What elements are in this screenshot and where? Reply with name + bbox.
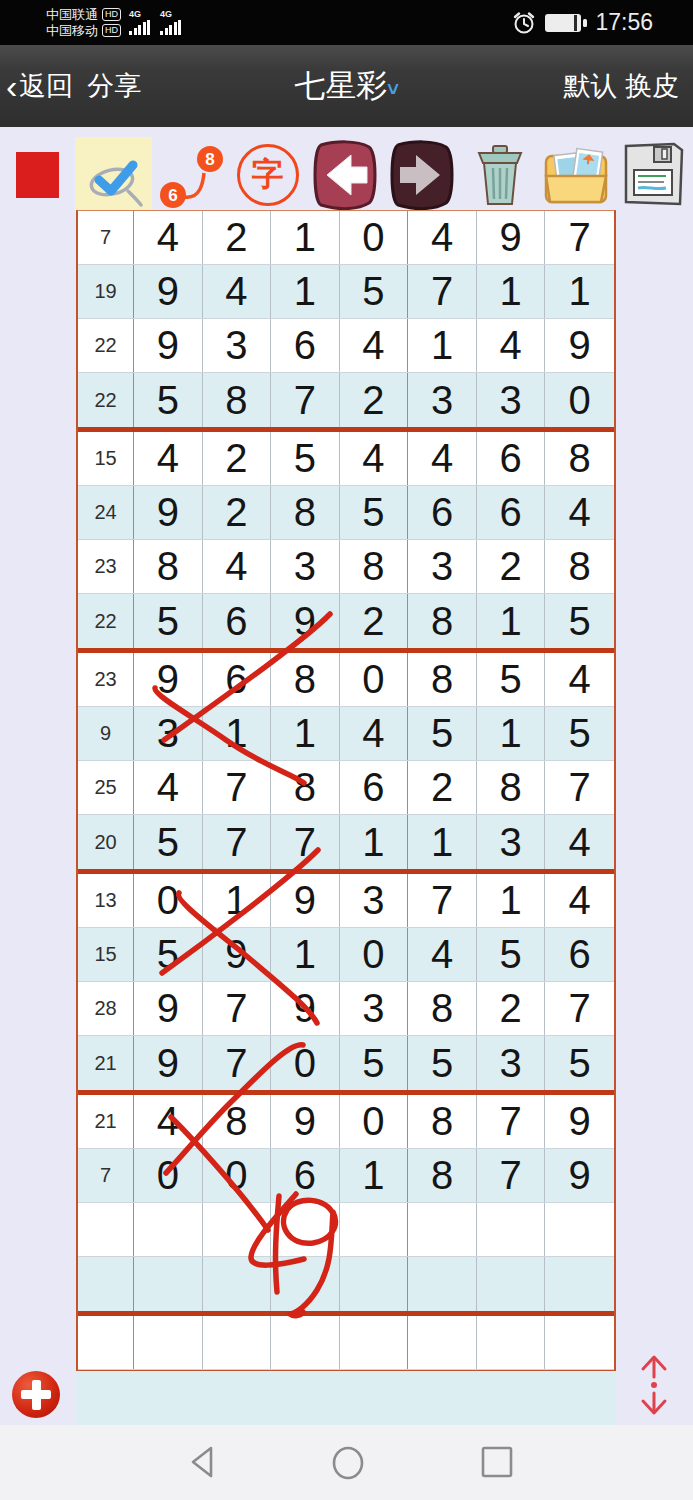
digit-cell[interactable] [271,1257,340,1311]
digit-cell[interactable]: 3 [271,540,340,593]
digit-cell[interactable]: 4 [545,874,614,927]
digit-cell[interactable] [408,1257,477,1311]
connect-line-tool-button[interactable]: 6 8 [152,137,229,213]
digit-cell[interactable]: 1 [477,707,546,760]
digit-cell[interactable]: 5 [408,707,477,760]
app-nav-bar: ‹ 返回 分享 七星彩˅ 默认 换皮 [0,45,693,127]
digit-cell[interactable] [340,1257,409,1311]
table-row: 289793827 [78,982,614,1036]
digit-cell[interactable]: 1 [271,211,340,264]
digit-cell[interactable]: 8 [340,540,409,593]
digit-cell[interactable] [545,1257,614,1311]
digit-cell[interactable]: 4 [134,211,203,264]
digit-cell[interactable]: 1 [408,815,477,869]
table-row: 254786287 [78,761,614,815]
row-label-cell: 7 [78,211,134,264]
row-label-cell: 24 [78,486,134,539]
digit-cell[interactable]: 0 [134,874,203,927]
digit-cell[interactable]: 0 [271,1036,340,1090]
digit-cell[interactable]: 6 [545,928,614,981]
digit-cell[interactable]: 3 [408,540,477,593]
digit-cell[interactable]: 4 [545,486,614,539]
digit-cell[interactable]: 9 [545,1095,614,1148]
row-label-cell: 7 [78,1149,134,1202]
table-row: 229364149 [78,319,614,373]
digit-cell[interactable]: 5 [545,594,614,648]
table-row: 239680854 [78,653,614,707]
row-label-cell: 22 [78,594,134,648]
digit-cell[interactable]: 3 [340,874,409,927]
drawing-toolbar: 6 8 字 [75,137,691,213]
digit-cell[interactable]: 2 [340,373,409,427]
row-label-cell: 19 [78,265,134,318]
hd-badge-icon: HD [102,24,121,37]
text-stamp-tool-button[interactable]: 字 [229,137,306,213]
share-button[interactable]: 分享 [87,68,141,104]
digit-cell[interactable]: 1 [271,928,340,981]
digit-cell[interactable] [203,1203,272,1256]
digit-cell[interactable]: 8 [271,761,340,814]
title-dropdown-chevron-icon[interactable]: ˅ [387,78,399,100]
digit-cell[interactable]: 4 [340,707,409,760]
row-label-cell: 9 [78,707,134,760]
digit-cell[interactable] [271,1316,340,1369]
table-row [78,1316,614,1370]
table-row: 70061879 [78,1149,614,1203]
digit-cell[interactable]: 8 [408,653,477,706]
digit-cell[interactable]: 7 [408,874,477,927]
digit-cell[interactable]: 5 [134,594,203,648]
digit-cell[interactable]: 7 [203,761,272,814]
digit-cell[interactable]: 4 [134,1095,203,1148]
undo-button[interactable] [306,137,383,213]
android-home-icon[interactable] [330,1444,366,1482]
digit-cell[interactable]: 2 [203,211,272,264]
signal-bars-icon [160,20,181,35]
page-title[interactable]: 七星彩 [294,68,387,103]
table-row [78,1257,614,1311]
row-label-cell: 23 [78,540,134,593]
digit-cell[interactable]: 7 [408,265,477,318]
digit-cell[interactable]: 4 [340,432,409,485]
digit-cell[interactable]: 4 [134,432,203,485]
table-footer-strip [76,1371,616,1425]
digit-cell[interactable]: 1 [477,874,546,927]
row-label-cell: 13 [78,874,134,927]
digit-cell[interactable]: 9 [134,319,203,372]
digit-cell[interactable]: 5 [340,486,409,539]
connect-6-8-icon: 6 8 [154,139,228,211]
red-color-swatch[interactable] [16,152,59,198]
digit-cell[interactable]: 7 [203,1036,272,1090]
digit-cell[interactable]: 8 [408,594,477,648]
table-row: 93114515 [78,707,614,761]
back-button[interactable]: 返回 [19,68,73,104]
svg-text:6: 6 [168,186,177,205]
digit-cell[interactable]: 7 [477,1149,546,1202]
digit-cell[interactable] [545,1316,614,1369]
trend-table: 7421049719941571122936414922587233015425… [76,210,616,1372]
digit-cell[interactable]: 8 [134,540,203,593]
trash-can-icon [462,138,536,212]
table-row: 74210497 [78,211,614,265]
digit-cell[interactable]: 9 [271,594,340,648]
digit-cell[interactable]: 7 [545,761,614,814]
digit-cell[interactable]: 6 [203,594,272,648]
alarm-clock-icon [511,10,537,36]
text-stamp-icon: 字 [237,144,299,206]
signal-bars-icon [129,20,150,35]
table-row: 205771134 [78,815,614,869]
digit-cell[interactable]: 4 [545,653,614,706]
digit-cell[interactable]: 9 [134,653,203,706]
digit-cell[interactable]: 4 [340,319,409,372]
digit-cell[interactable]: 0 [340,211,409,264]
row-label-cell [78,1316,134,1369]
digit-cell[interactable]: 1 [203,874,272,927]
digit-cell[interactable]: 9 [134,1036,203,1090]
digit-cell[interactable]: 5 [477,653,546,706]
row-label-cell: 20 [78,815,134,869]
pen-check-tool-button[interactable] [75,137,152,213]
digit-cell[interactable]: 6 [340,761,409,814]
digit-cell[interactable]: 6 [477,432,546,485]
digit-cell[interactable]: 9 [203,928,272,981]
digit-cell[interactable]: 3 [477,815,546,869]
undo-arrow-icon [311,139,379,211]
digit-cell[interactable]: 3 [340,982,409,1035]
digit-cell[interactable]: 1 [271,707,340,760]
digit-cell[interactable]: 7 [203,815,272,869]
table-row: 225872330 [78,373,614,427]
clock-time: 17:56 [595,9,653,36]
digit-cell[interactable]: 2 [408,761,477,814]
network-type-label: 4G [160,10,172,19]
row-label-cell [78,1203,134,1256]
digit-cell[interactable]: 2 [340,594,409,648]
digit-cell[interactable]: 5 [340,265,409,318]
digit-cell[interactable]: 8 [545,540,614,593]
digit-cell[interactable]: 7 [203,982,272,1035]
digit-cell[interactable] [408,1316,477,1369]
digit-cell[interactable] [477,1257,546,1311]
digit-cell[interactable]: 7 [271,373,340,427]
row-label-cell: 23 [78,653,134,706]
digit-cell[interactable]: 2 [203,432,272,485]
row-label-cell: 22 [78,373,134,427]
digit-cell[interactable]: 1 [545,265,614,318]
digit-cell[interactable]: 4 [408,928,477,981]
digit-cell[interactable] [477,1203,546,1256]
gallery-folder-button[interactable] [537,137,614,213]
digit-cell[interactable]: 0 [134,1149,203,1202]
row-label-cell: 15 [78,928,134,981]
digit-cell[interactable]: 5 [134,928,203,981]
check-pen-icon [78,140,150,210]
digit-cell[interactable]: 9 [271,982,340,1035]
row-label-cell: 15 [78,432,134,485]
digit-cell[interactable]: 9 [134,982,203,1035]
row-label-cell: 28 [78,982,134,1035]
digit-cell[interactable]: 8 [271,486,340,539]
digit-cell[interactable]: 8 [203,373,272,427]
digit-cell[interactable]: 9 [271,1095,340,1148]
row-label-cell: 25 [78,761,134,814]
scroll-expand-icon[interactable] [637,1352,671,1418]
digit-cell[interactable] [134,1257,203,1311]
status-bar: 中国联通HD 中国移动HD 4G 4G 17:56 [0,0,693,45]
floppy-disk-icon [616,138,690,212]
digit-cell[interactable] [408,1203,477,1256]
digit-cell[interactable]: 5 [271,432,340,485]
row-label-cell: 21 [78,1036,134,1090]
delete-button[interactable] [460,137,537,213]
digit-cell[interactable]: 0 [340,928,409,981]
carrier2-label: 中国移动 [46,23,98,39]
digit-cell[interactable]: 0 [203,1149,272,1202]
table-row: 238438328 [78,540,614,594]
digit-cell[interactable]: 8 [408,982,477,1035]
digit-cell[interactable]: 7 [545,211,614,264]
digit-cell[interactable]: 9 [134,265,203,318]
digit-cell[interactable]: 3 [477,1036,546,1090]
digit-cell[interactable] [203,1316,272,1369]
digit-cell[interactable]: 9 [545,319,614,372]
digit-cell[interactable]: 9 [545,1149,614,1202]
digit-cell[interactable]: 5 [134,373,203,427]
signal-strength-icons: 4G 4G [129,10,181,35]
digit-cell[interactable]: 4 [203,265,272,318]
digit-cell[interactable]: 9 [134,486,203,539]
network-type-label: 4G [129,10,141,19]
digit-cell[interactable]: 7 [545,982,614,1035]
digit-cell[interactable]: 6 [477,486,546,539]
android-back-icon[interactable] [186,1444,220,1480]
digit-cell[interactable]: 3 [134,707,203,760]
digit-cell[interactable] [203,1257,272,1311]
table-row: 214890879 [78,1095,614,1149]
digit-cell[interactable]: 5 [477,928,546,981]
digit-cell[interactable]: 7 [477,1095,546,1148]
digit-cell[interactable]: 6 [408,486,477,539]
digit-cell[interactable] [134,1316,203,1369]
digit-cell[interactable]: 5 [545,1036,614,1090]
digit-cell[interactable]: 3 [408,373,477,427]
table-row: 155910456 [78,928,614,982]
digit-cell[interactable]: 8 [408,1149,477,1202]
row-label-cell: 21 [78,1095,134,1148]
digit-cell[interactable]: 2 [203,486,272,539]
carrier1-label: 中国联通 [46,7,98,23]
table-row: 219705535 [78,1036,614,1090]
digit-cell[interactable]: 4 [408,432,477,485]
digit-cell[interactable]: 0 [545,373,614,427]
digit-cell[interactable]: 4 [203,540,272,593]
app-screen: 中国联通HD 中国移动HD 4G 4G 17:56 ‹ [0,0,693,1500]
digit-cell[interactable] [134,1203,203,1256]
row-label-cell [78,1257,134,1311]
redo-button[interactable] [383,137,460,213]
digit-cell[interactable]: 1 [271,265,340,318]
table-row: 130193714 [78,874,614,928]
digit-cell[interactable]: 6 [271,1149,340,1202]
digit-cell[interactable] [477,1316,546,1369]
digit-cell[interactable]: 9 [271,874,340,927]
digit-cell[interactable]: 8 [477,761,546,814]
svg-text:8: 8 [205,150,214,169]
digit-cell[interactable]: 8 [271,653,340,706]
digit-cell[interactable]: 1 [477,594,546,648]
row-label-cell: 22 [78,319,134,372]
digit-cell[interactable]: 5 [340,1036,409,1090]
skin-switch-button[interactable]: 默认 换皮 [563,68,679,104]
digit-cell[interactable] [340,1203,409,1256]
redo-arrow-icon [388,139,456,211]
digit-cell[interactable]: 4 [545,815,614,869]
digit-cell[interactable]: 3 [203,319,272,372]
digit-cell[interactable]: 5 [134,815,203,869]
digit-cell[interactable] [271,1203,340,1256]
digit-cell[interactable]: 8 [203,1095,272,1148]
table-row: 249285664 [78,486,614,540]
digit-cell[interactable]: 3 [477,373,546,427]
digit-cell[interactable]: 5 [545,707,614,760]
table-row: 199415711 [78,265,614,319]
digit-cell[interactable]: 9 [477,211,546,264]
save-button[interactable] [614,137,691,213]
table-row [78,1203,614,1257]
digit-cell[interactable]: 4 [408,211,477,264]
digit-cell[interactable]: 6 [271,319,340,372]
digit-cell[interactable]: 1 [203,707,272,760]
digit-cell[interactable]: 8 [408,1095,477,1148]
battery-icon [544,12,588,34]
digit-cell[interactable]: 4 [477,319,546,372]
digit-cell[interactable]: 4 [134,761,203,814]
digit-cell[interactable]: 5 [408,1036,477,1090]
digit-cell[interactable]: 0 [340,653,409,706]
android-recents-icon[interactable] [480,1444,514,1480]
add-button[interactable] [12,1371,60,1418]
digit-cell[interactable]: 1 [340,815,409,869]
digit-cell[interactable]: 1 [340,1149,409,1202]
table-row: 225692815 [78,594,614,648]
digit-cell[interactable]: 0 [340,1095,409,1148]
digit-cell[interactable]: 2 [477,982,546,1035]
digit-cell[interactable]: 8 [545,432,614,485]
photo-folder-icon [538,138,614,212]
digit-cell[interactable]: 1 [408,319,477,372]
digit-cell[interactable]: 6 [203,653,272,706]
digit-cell[interactable] [340,1316,409,1369]
carrier-info: 中国联通HD 中国移动HD [46,7,121,39]
digit-cell[interactable]: 2 [477,540,546,593]
back-chevron-icon[interactable]: ‹ [6,71,17,101]
digit-cell[interactable]: 1 [477,265,546,318]
hd-badge-icon: HD [102,8,121,21]
digit-cell[interactable] [545,1203,614,1256]
digit-cell[interactable]: 7 [271,815,340,869]
table-row: 154254468 [78,432,614,486]
